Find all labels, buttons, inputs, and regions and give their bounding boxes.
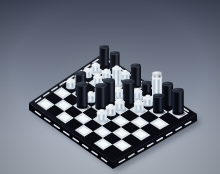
scene: [0, 0, 220, 174]
chess-set-photo: [0, 0, 220, 174]
vignette-overlay: [0, 0, 220, 174]
